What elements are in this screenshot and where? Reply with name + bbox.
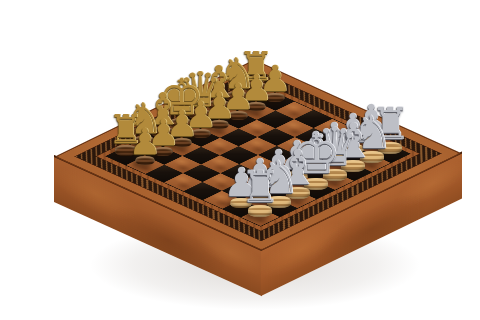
- product-photo: ♜♞♝♛♚♝♞♜♟♟♟♟♟♟♟♟♟♟♟♟♟♟♟♟♜♞♝♛♚♝♞♜: [0, 0, 480, 320]
